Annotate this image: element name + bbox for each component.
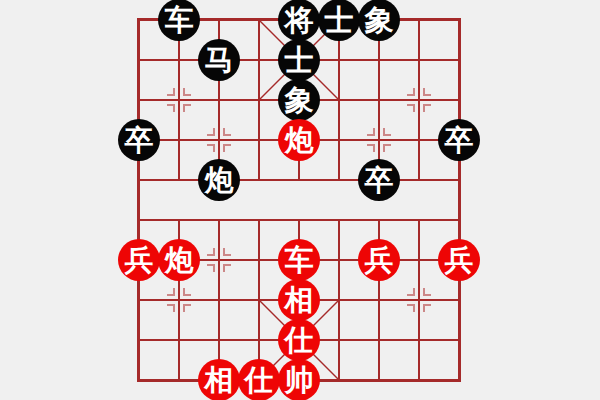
piece-red-elephant[interactable]: 相 — [278, 279, 320, 321]
piece-red-chariot[interactable]: 车 — [278, 239, 320, 281]
piece-red-pawn[interactable]: 兵 — [118, 239, 160, 281]
piece-red-cannon[interactable]: 炮 — [158, 239, 200, 281]
piece-red-advisor[interactable]: 仕 — [278, 319, 320, 361]
piece-red-pawn[interactable]: 兵 — [358, 239, 400, 281]
piece-black-pawn[interactable]: 卒 — [118, 119, 160, 161]
piece-black-horse[interactable]: 马 — [198, 39, 240, 81]
xiangqi-board: 车将士象马士象卒炮卒炮卒兵炮车兵兵相仕相仕帅 — [0, 0, 600, 400]
piece-red-pawn[interactable]: 兵 — [438, 239, 480, 281]
piece-red-advisor[interactable]: 仕 — [238, 359, 280, 400]
piece-black-advisor[interactable]: 士 — [318, 0, 360, 41]
piece-red-general[interactable]: 帅 — [278, 359, 320, 400]
piece-black-elephant[interactable]: 象 — [278, 79, 320, 121]
piece-black-pawn[interactable]: 卒 — [438, 119, 480, 161]
piece-black-elephant[interactable]: 象 — [358, 0, 400, 41]
pieces-layer: 车将士象马士象卒炮卒炮卒兵炮车兵兵相仕相仕帅 — [119, 0, 479, 400]
piece-red-elephant[interactable]: 相 — [198, 359, 240, 400]
piece-black-advisor[interactable]: 士 — [278, 39, 320, 81]
piece-black-cannon[interactable]: 炮 — [198, 159, 240, 201]
piece-black-chariot[interactable]: 车 — [158, 0, 200, 41]
piece-black-general[interactable]: 将 — [278, 0, 320, 41]
piece-black-pawn[interactable]: 卒 — [358, 159, 400, 201]
piece-red-cannon[interactable]: 炮 — [278, 119, 320, 161]
